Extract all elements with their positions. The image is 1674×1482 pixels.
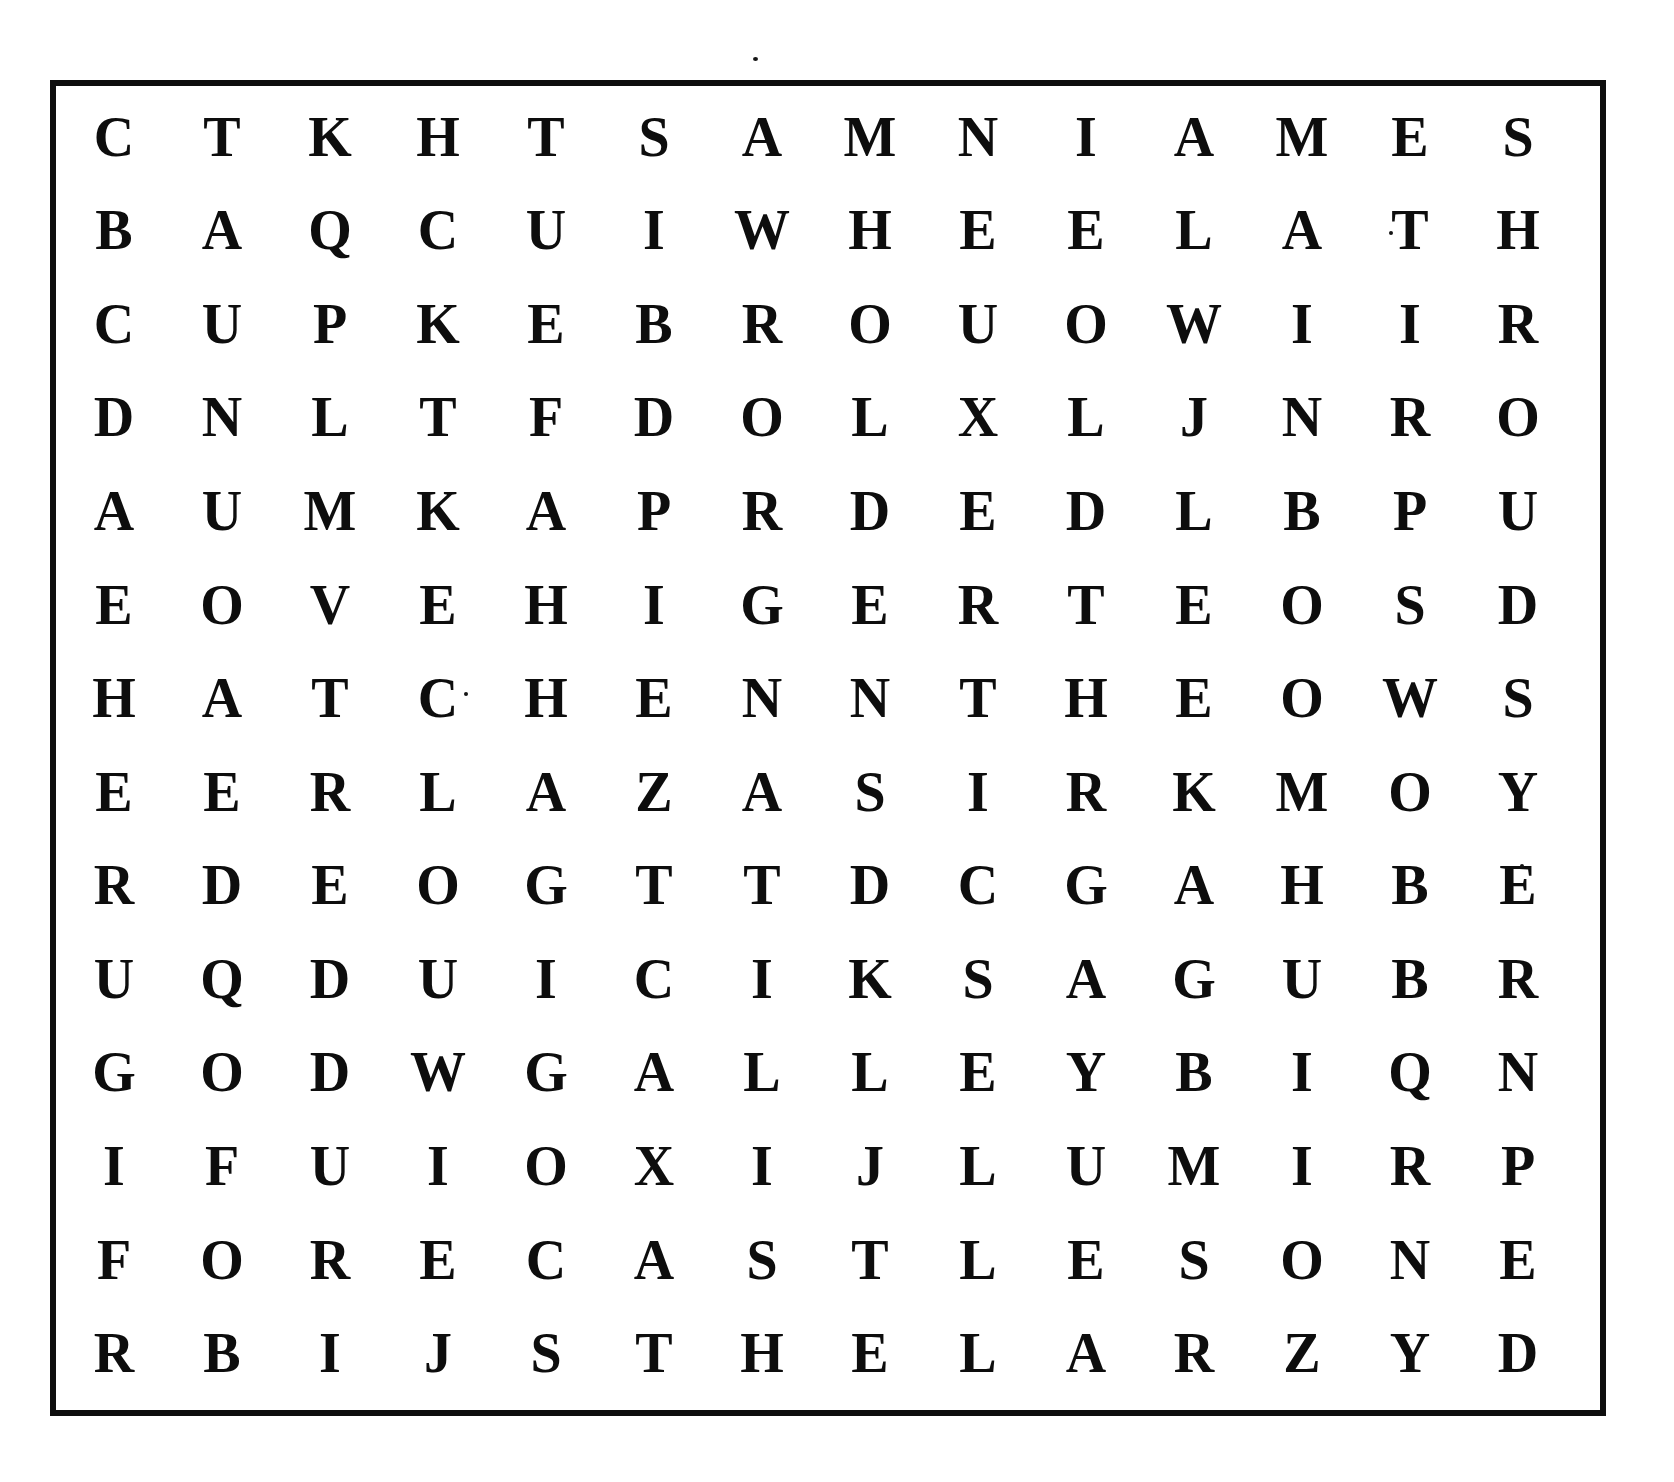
grid-cell[interactable]: T <box>600 1306 708 1400</box>
grid-cell[interactable]: L <box>924 1213 1032 1307</box>
grid-cell[interactable]: S <box>1140 1213 1248 1307</box>
grid-cell[interactable]: T <box>168 90 276 184</box>
grid-cell[interactable]: D <box>1464 558 1572 652</box>
grid-cell[interactable]: X <box>924 371 1032 465</box>
grid-cell[interactable]: R <box>60 1306 168 1400</box>
grid-cell[interactable]: R <box>1464 932 1572 1026</box>
grid-cell[interactable]: E <box>1140 558 1248 652</box>
grid-cell[interactable]: E <box>924 1026 1032 1120</box>
grid-cell[interactable]: A <box>600 1026 708 1120</box>
grid-cell[interactable]: R <box>924 558 1032 652</box>
grid-cell[interactable]: O <box>492 1119 600 1213</box>
grid-cell[interactable]: D <box>168 839 276 933</box>
grid-cell[interactable]: F <box>60 1213 168 1307</box>
grid-cell[interactable]: S <box>1464 651 1572 745</box>
grid-cell[interactable]: B <box>60 184 168 278</box>
grid-cell[interactable]: J <box>1140 371 1248 465</box>
grid-cell[interactable]: I <box>924 745 1032 839</box>
grid-cell[interactable]: N <box>1248 371 1356 465</box>
grid-cell[interactable]: G <box>492 839 600 933</box>
grid-cell[interactable]: K <box>1140 745 1248 839</box>
grid-cell[interactable]: E <box>492 277 600 371</box>
grid-cell[interactable]: R <box>276 745 384 839</box>
grid-cell[interactable]: C <box>60 277 168 371</box>
grid-cell[interactable]: U <box>1464 464 1572 558</box>
grid-cell[interactable]: E <box>816 1306 924 1400</box>
grid-cell[interactable]: E <box>276 839 384 933</box>
grid-cell[interactable]: O <box>708 371 816 465</box>
grid-cell[interactable]: Z <box>1248 1306 1356 1400</box>
grid-cell[interactable]: L <box>1140 184 1248 278</box>
grid-cell[interactable]: I <box>492 932 600 1026</box>
grid-cell[interactable]: H <box>384 90 492 184</box>
grid-cell[interactable]: H <box>1248 839 1356 933</box>
grid-cell[interactable]: A <box>168 184 276 278</box>
grid-cell[interactable]: H <box>492 558 600 652</box>
grid-cell[interactable]: B <box>1356 932 1464 1026</box>
grid-cell[interactable]: N <box>1356 1213 1464 1307</box>
grid-cell[interactable]: T <box>384 371 492 465</box>
grid-cell[interactable]: E <box>1140 651 1248 745</box>
grid-cell[interactable]: D <box>1464 1306 1572 1400</box>
grid-cell[interactable]: P <box>1464 1119 1572 1213</box>
grid-cell[interactable]: S <box>1356 558 1464 652</box>
grid-cell[interactable]: I <box>276 1306 384 1400</box>
grid-cell[interactable]: D <box>816 464 924 558</box>
grid-cell[interactable]: W <box>1356 651 1464 745</box>
grid-cell[interactable]: B <box>1248 464 1356 558</box>
grid-cell[interactable]: G <box>60 1026 168 1120</box>
grid-cell[interactable]: M <box>276 464 384 558</box>
grid-cell[interactable]: T <box>816 1213 924 1307</box>
grid-cell[interactable]: E <box>384 1213 492 1307</box>
grid-cell[interactable]: A <box>492 464 600 558</box>
grid-cell[interactable]: I <box>1248 1026 1356 1120</box>
grid-cell[interactable]: U <box>1248 932 1356 1026</box>
grid-cell[interactable]: B <box>168 1306 276 1400</box>
grid-cell[interactable]: U <box>168 277 276 371</box>
grid-cell[interactable]: I <box>60 1119 168 1213</box>
grid-cell[interactable]: S <box>1464 90 1572 184</box>
grid-cell[interactable]: W <box>384 1026 492 1120</box>
grid-cell[interactable]: T <box>600 839 708 933</box>
grid-cell[interactable]: M <box>1140 1119 1248 1213</box>
grid-cell[interactable]: D <box>816 839 924 933</box>
grid-cell[interactable]: A <box>1248 184 1356 278</box>
grid-cell[interactable]: R <box>1356 1119 1464 1213</box>
word-search-board: CTKHTSAMNIAMESBAQCUIWHEELATHCUPKEBROUOWI… <box>50 80 1606 1416</box>
grid-cell[interactable]: E <box>1464 839 1572 933</box>
grid-cell[interactable]: U <box>60 932 168 1026</box>
grid-cell[interactable]: B <box>1140 1026 1248 1120</box>
grid-cell[interactable]: I <box>1032 90 1140 184</box>
grid-cell[interactable]: R <box>708 464 816 558</box>
grid-cell[interactable]: L <box>1032 371 1140 465</box>
grid-cell[interactable]: U <box>492 184 600 278</box>
grid-cell[interactable]: N <box>1464 1026 1572 1120</box>
grid-cell[interactable]: K <box>816 932 924 1026</box>
grid-cell[interactable]: R <box>1464 277 1572 371</box>
grid-cell[interactable]: L <box>816 1026 924 1120</box>
grid-cell[interactable]: O <box>1032 277 1140 371</box>
grid-cell[interactable]: H <box>60 651 168 745</box>
grid-cell[interactable]: T <box>492 90 600 184</box>
grid-cell[interactable]: C <box>600 932 708 1026</box>
grid-cell[interactable]: O <box>384 839 492 933</box>
grid-cell[interactable]: O <box>168 1213 276 1307</box>
grid-cell[interactable]: T <box>276 651 384 745</box>
grid-cell[interactable]: Q <box>168 932 276 1026</box>
grid-cell[interactable]: H <box>1032 651 1140 745</box>
grid-cell[interactable]: I <box>708 1119 816 1213</box>
grid-cell[interactable]: O <box>168 558 276 652</box>
grid-cell[interactable]: O <box>1248 558 1356 652</box>
grid-cell[interactable]: Z <box>600 745 708 839</box>
grid-cell[interactable]: A <box>60 464 168 558</box>
grid-cell[interactable]: T <box>1032 558 1140 652</box>
grid-cell[interactable]: E <box>600 651 708 745</box>
scan-noise-dot <box>1389 231 1393 235</box>
grid-cell[interactable]: Y <box>1356 1306 1464 1400</box>
letter-grid: CTKHTSAMNIAMESBAQCUIWHEELATHCUPKEBROUOWI… <box>56 86 1600 1410</box>
grid-cell[interactable]: D <box>276 1026 384 1120</box>
grid-cell[interactable]: E <box>168 745 276 839</box>
grid-cell[interactable]: M <box>1248 745 1356 839</box>
grid-cell[interactable]: A <box>1032 932 1140 1026</box>
grid-cell[interactable]: O <box>168 1026 276 1120</box>
grid-cell[interactable]: H <box>816 184 924 278</box>
grid-cell[interactable]: A <box>600 1213 708 1307</box>
grid-cell[interactable]: D <box>60 371 168 465</box>
grid-cell[interactable]: R <box>276 1213 384 1307</box>
grid-cell[interactable]: E <box>1032 1213 1140 1307</box>
grid-cell[interactable]: B <box>1356 839 1464 933</box>
scan-noise-dot <box>1520 864 1524 868</box>
grid-cell[interactable]: E <box>1464 1213 1572 1307</box>
scan-noise-dot <box>464 692 468 696</box>
grid-cell[interactable]: I <box>600 184 708 278</box>
grid-cell[interactable]: E <box>1356 90 1464 184</box>
grid-cell[interactable]: V <box>276 558 384 652</box>
grid-cell[interactable]: R <box>1140 1306 1248 1400</box>
grid-cell[interactable]: U <box>384 932 492 1026</box>
grid-cell[interactable]: C <box>924 839 1032 933</box>
grid-cell[interactable]: C <box>60 90 168 184</box>
grid-cell[interactable]: Q <box>1356 1026 1464 1120</box>
grid-cell[interactable]: T <box>1356 184 1464 278</box>
grid-cell[interactable]: L <box>708 1026 816 1120</box>
grid-cell[interactable]: E <box>384 558 492 652</box>
grid-cell[interactable]: T <box>924 651 1032 745</box>
grid-cell[interactable]: A <box>492 745 600 839</box>
grid-cell[interactable]: P <box>600 464 708 558</box>
grid-cell[interactable]: K <box>384 464 492 558</box>
grid-cell[interactable]: H <box>708 1306 816 1400</box>
grid-cell[interactable]: E <box>60 745 168 839</box>
grid-cell[interactable]: L <box>924 1306 1032 1400</box>
grid-cell[interactable]: U <box>168 464 276 558</box>
grid-cell[interactable]: S <box>924 932 1032 1026</box>
grid-cell[interactable]: A <box>1140 839 1248 933</box>
grid-cell[interactable]: U <box>276 1119 384 1213</box>
grid-cell[interactable]: L <box>276 371 384 465</box>
grid-cell[interactable]: A <box>1032 1306 1140 1400</box>
grid-cell[interactable]: A <box>1140 90 1248 184</box>
grid-cell[interactable]: L <box>924 1119 1032 1213</box>
grid-cell[interactable]: E <box>924 464 1032 558</box>
grid-cell[interactable]: R <box>60 839 168 933</box>
grid-cell[interactable]: N <box>924 90 1032 184</box>
grid-cell[interactable]: G <box>1032 839 1140 933</box>
grid-cell[interactable]: N <box>708 651 816 745</box>
grid-cell[interactable]: P <box>1356 464 1464 558</box>
grid-cell[interactable]: R <box>708 277 816 371</box>
grid-cell[interactable]: A <box>168 651 276 745</box>
grid-cell[interactable]: D <box>276 932 384 1026</box>
grid-cell[interactable]: H <box>1464 184 1572 278</box>
grid-cell[interactable]: O <box>816 277 924 371</box>
grid-cell[interactable]: I <box>600 558 708 652</box>
grid-cell[interactable]: U <box>924 277 1032 371</box>
grid-cell[interactable]: I <box>1248 1119 1356 1213</box>
grid-cell[interactable]: L <box>384 745 492 839</box>
grid-cell[interactable]: H <box>492 651 600 745</box>
grid-cell[interactable]: D <box>600 371 708 465</box>
grid-cell[interactable]: J <box>384 1306 492 1400</box>
grid-cell[interactable]: B <box>600 277 708 371</box>
grid-cell[interactable]: Y <box>1464 745 1572 839</box>
grid-cell[interactable]: Y <box>1032 1026 1140 1120</box>
grid-cell[interactable]: I <box>384 1119 492 1213</box>
grid-cell[interactable]: G <box>708 558 816 652</box>
grid-cell[interactable]: G <box>1140 932 1248 1026</box>
grid-cell[interactable]: K <box>384 277 492 371</box>
grid-cell[interactable]: O <box>1356 745 1464 839</box>
grid-cell[interactable]: E <box>60 558 168 652</box>
grid-cell[interactable]: O <box>1464 371 1572 465</box>
grid-cell[interactable]: A <box>708 90 816 184</box>
grid-cell[interactable]: S <box>600 90 708 184</box>
grid-cell[interactable]: O <box>1248 651 1356 745</box>
grid-cell[interactable]: K <box>276 90 384 184</box>
grid-cell[interactable]: G <box>492 1026 600 1120</box>
grid-cell[interactable]: I <box>708 932 816 1026</box>
grid-cell[interactable]: C <box>384 184 492 278</box>
grid-cell[interactable]: I <box>1248 277 1356 371</box>
grid-cell[interactable]: U <box>1032 1119 1140 1213</box>
grid-cell[interactable]: S <box>708 1213 816 1307</box>
grid-cell[interactable]: W <box>1140 277 1248 371</box>
grid-cell[interactable]: A <box>708 745 816 839</box>
grid-cell[interactable]: X <box>600 1119 708 1213</box>
grid-cell[interactable]: S <box>816 745 924 839</box>
grid-cell[interactable]: F <box>492 371 600 465</box>
grid-cell[interactable]: R <box>1032 745 1140 839</box>
grid-cell[interactable]: J <box>816 1119 924 1213</box>
grid-cell[interactable]: C <box>492 1213 600 1307</box>
grid-cell[interactable]: O <box>1248 1213 1356 1307</box>
grid-cell[interactable]: N <box>816 651 924 745</box>
grid-cell[interactable]: M <box>816 90 924 184</box>
scan-noise-dot <box>753 57 758 61</box>
grid-cell[interactable]: E <box>1032 184 1140 278</box>
grid-cell[interactable]: W <box>708 184 816 278</box>
grid-cell[interactable]: L <box>1140 464 1248 558</box>
grid-cell[interactable]: D <box>1032 464 1140 558</box>
grid-cell[interactable]: Q <box>276 184 384 278</box>
grid-cell[interactable]: E <box>816 558 924 652</box>
grid-cell[interactable]: T <box>708 839 816 933</box>
grid-cell[interactable]: L <box>816 371 924 465</box>
grid-cell[interactable]: S <box>492 1306 600 1400</box>
grid-cell[interactable]: E <box>924 184 1032 278</box>
grid-cell[interactable]: N <box>168 371 276 465</box>
grid-cell[interactable]: R <box>1356 371 1464 465</box>
grid-cell[interactable]: M <box>1248 90 1356 184</box>
grid-cell[interactable]: C <box>384 651 492 745</box>
grid-cell[interactable]: F <box>168 1119 276 1213</box>
grid-cell[interactable]: I <box>1356 277 1464 371</box>
grid-cell[interactable]: P <box>276 277 384 371</box>
